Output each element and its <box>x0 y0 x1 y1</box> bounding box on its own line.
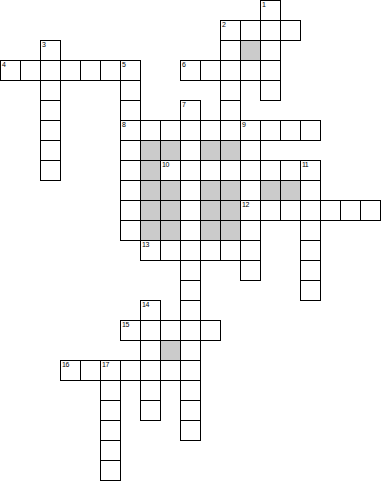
crossword-cell[interactable] <box>180 120 201 141</box>
crossword-cell[interactable] <box>40 60 61 81</box>
crossword-cell[interactable] <box>300 120 321 141</box>
crossword-cell[interactable] <box>140 120 161 141</box>
blocked-cell <box>140 220 161 241</box>
crossword-cell[interactable] <box>260 80 281 101</box>
crossword-cell[interactable] <box>40 140 61 161</box>
crossword-cell[interactable] <box>180 400 201 421</box>
clue-number: 5 <box>122 61 125 69</box>
crossword-cell[interactable] <box>180 340 201 361</box>
blocked-cell <box>160 140 181 161</box>
crossword-cell[interactable] <box>240 240 261 261</box>
crossword-cell[interactable] <box>220 40 241 61</box>
blocked-cell <box>200 140 221 161</box>
crossword-cell[interactable]: 13 <box>140 240 161 261</box>
crossword-cell[interactable] <box>260 200 281 221</box>
clue-number: 2 <box>222 21 225 29</box>
crossword-cell[interactable]: 6 <box>180 60 201 81</box>
crossword-cell[interactable]: 8 <box>120 120 141 141</box>
clue-number: 10 <box>162 161 169 169</box>
crossword-cell[interactable] <box>100 400 121 421</box>
crossword-cell[interactable] <box>220 80 241 101</box>
clue-number: 11 <box>302 161 308 169</box>
crossword-cell[interactable] <box>280 20 301 41</box>
crossword-cell[interactable]: 4 <box>0 60 21 81</box>
crossword-cell[interactable] <box>180 320 201 341</box>
crossword-cell[interactable] <box>240 220 261 241</box>
crossword-cell[interactable] <box>180 360 201 381</box>
crossword-cell[interactable] <box>280 120 301 141</box>
crossword-cell[interactable] <box>180 300 201 321</box>
crossword-cell[interactable] <box>40 80 61 101</box>
crossword-cell[interactable] <box>140 340 161 361</box>
crossword-cell[interactable] <box>40 120 61 141</box>
crossword-cell[interactable] <box>300 240 321 261</box>
crossword-cell[interactable] <box>200 120 221 141</box>
crossword-cell[interactable] <box>300 280 321 301</box>
crossword-cell[interactable] <box>140 380 161 401</box>
crossword-cell[interactable] <box>160 360 181 381</box>
crossword-cell[interactable]: 10 <box>160 160 181 181</box>
blocked-cell <box>140 200 161 221</box>
crossword-cell[interactable] <box>100 380 121 401</box>
crossword-cell[interactable]: 3 <box>40 40 61 61</box>
crossword-cell[interactable]: 11 <box>300 160 321 181</box>
crossword-cell[interactable] <box>40 160 61 181</box>
blocked-cell <box>200 180 221 201</box>
crossword-cell[interactable]: 14 <box>140 300 161 321</box>
crossword-cell[interactable] <box>180 160 201 181</box>
clue-number: 4 <box>2 61 5 69</box>
clue-number: 17 <box>102 361 109 369</box>
crossword-cell[interactable] <box>260 160 281 181</box>
crossword-cell[interactable]: 17 <box>100 360 121 381</box>
crossword-cell[interactable] <box>300 180 321 201</box>
crossword-cell[interactable] <box>180 180 201 201</box>
blocked-cell <box>220 220 241 241</box>
clue-number: 12 <box>242 201 249 209</box>
crossword-cell[interactable] <box>340 200 361 221</box>
clue-number: 1 <box>262 1 265 9</box>
blocked-cell <box>220 140 241 161</box>
blocked-cell <box>160 220 181 241</box>
crossword-cell[interactable] <box>140 400 161 421</box>
clue-number: 14 <box>142 301 149 309</box>
crossword-cell[interactable] <box>220 120 241 141</box>
blocked-cell <box>140 140 161 161</box>
crossword-cell[interactable] <box>140 320 161 341</box>
crossword-cell[interactable] <box>120 180 141 201</box>
crossword-cell[interactable] <box>120 140 141 161</box>
crossword-cell[interactable] <box>120 100 141 121</box>
crossword-cell[interactable] <box>100 60 121 81</box>
crossword-cell[interactable] <box>200 240 221 261</box>
blocked-cell <box>280 180 301 201</box>
crossword-cell[interactable] <box>180 380 201 401</box>
crossword-cell[interactable] <box>300 260 321 281</box>
blocked-cell <box>240 40 261 61</box>
crossword-cell[interactable] <box>360 200 381 221</box>
crossword-cell[interactable]: 16 <box>60 360 81 381</box>
crossword-cell[interactable] <box>80 360 101 381</box>
clue-number: 8 <box>122 121 125 129</box>
crossword-cell[interactable]: 5 <box>120 60 141 81</box>
crossword-cell[interactable]: 7 <box>180 100 201 121</box>
clue-number: 6 <box>182 61 185 69</box>
crossword-cell[interactable] <box>180 260 201 281</box>
crossword-cell[interactable] <box>180 200 201 221</box>
blocked-cell <box>200 200 221 221</box>
clue-number: 15 <box>122 321 129 329</box>
crossword-cell[interactable] <box>320 200 341 221</box>
blocked-cell <box>140 180 161 201</box>
crossword-cell[interactable] <box>120 200 141 221</box>
crossword-cell[interactable]: 9 <box>240 120 261 141</box>
crossword-board: 1234567891011121314151617 <box>0 0 381 481</box>
crossword-cell[interactable] <box>40 100 61 121</box>
crossword-cell[interactable] <box>120 220 141 241</box>
clue-number: 13 <box>142 241 149 249</box>
crossword-cell[interactable] <box>120 80 141 101</box>
crossword-cell[interactable] <box>200 160 221 181</box>
crossword-cell[interactable] <box>240 160 261 181</box>
crossword-cell[interactable] <box>180 240 201 261</box>
crossword-cell[interactable] <box>200 320 221 341</box>
crossword-cell[interactable] <box>220 160 241 181</box>
crossword-cell[interactable] <box>100 460 121 481</box>
crossword-cell[interactable] <box>120 160 141 181</box>
blocked-cell <box>260 180 281 201</box>
crossword-cell[interactable] <box>120 360 141 381</box>
crossword-cell[interactable] <box>260 40 281 61</box>
clue-number: 9 <box>242 121 245 129</box>
crossword-cell[interactable] <box>80 60 101 81</box>
crossword-cell[interactable] <box>180 140 201 161</box>
crossword-cell[interactable]: 1 <box>260 0 281 21</box>
crossword-cell[interactable] <box>220 100 241 121</box>
crossword-cell[interactable]: 12 <box>240 200 261 221</box>
crossword-cell[interactable] <box>260 120 281 141</box>
crossword-cell[interactable]: 15 <box>120 320 141 341</box>
blocked-cell <box>220 200 241 221</box>
crossword-cell[interactable] <box>220 60 241 81</box>
blocked-cell <box>160 200 181 221</box>
crossword-cell[interactable] <box>260 20 281 41</box>
crossword-cell[interactable] <box>300 200 321 221</box>
crossword-cell[interactable] <box>240 180 261 201</box>
crossword-cell[interactable] <box>180 420 201 441</box>
crossword-cell[interactable] <box>280 160 301 181</box>
clue-number: 7 <box>182 101 185 109</box>
blocked-cell <box>140 160 161 181</box>
crossword-cell[interactable] <box>100 440 121 461</box>
crossword-cell[interactable] <box>240 140 261 161</box>
crossword-cell[interactable] <box>60 60 81 81</box>
crossword-cell[interactable] <box>180 280 201 301</box>
blocked-cell <box>200 220 221 241</box>
crossword-cell[interactable] <box>240 20 261 41</box>
blocked-cell <box>160 180 181 201</box>
crossword-cell[interactable] <box>160 320 181 341</box>
crossword-cell[interactable] <box>220 240 241 261</box>
crossword-cell[interactable]: 2 <box>220 20 241 41</box>
clue-number: 16 <box>62 361 69 369</box>
crossword-cell[interactable] <box>160 240 181 261</box>
crossword-cell[interactable] <box>240 260 261 281</box>
blocked-cell <box>220 180 241 201</box>
crossword-cell[interactable] <box>300 220 321 241</box>
crossword-cell[interactable] <box>100 420 121 441</box>
clue-number: 3 <box>42 41 45 49</box>
crossword-cell[interactable] <box>240 60 261 81</box>
crossword-cell[interactable] <box>140 360 161 381</box>
crossword-cell[interactable] <box>260 60 281 81</box>
crossword-cell[interactable] <box>280 200 301 221</box>
crossword-cell[interactable] <box>200 60 221 81</box>
crossword-cell[interactable] <box>180 220 201 241</box>
blocked-cell <box>160 340 181 361</box>
crossword-cell[interactable] <box>20 60 41 81</box>
crossword-cell[interactable] <box>160 120 181 141</box>
